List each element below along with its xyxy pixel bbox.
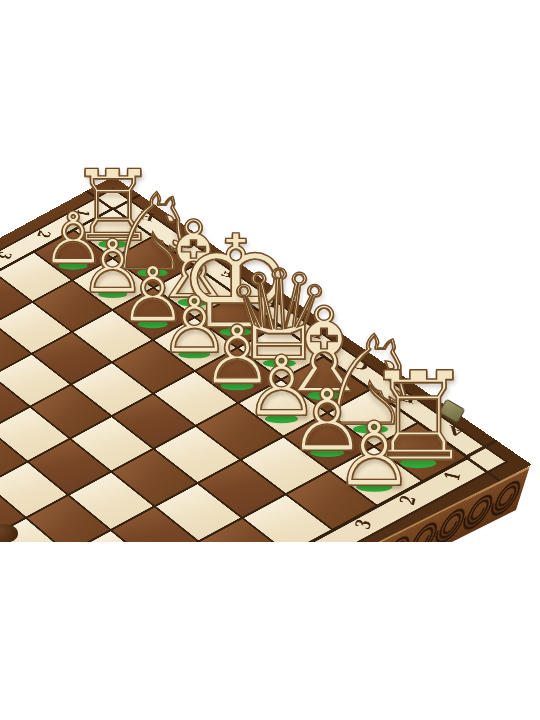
white-pawn-icon: ♙ <box>334 418 414 489</box>
chessboard-photo-scene: AABBCCDDEEFFGGHH1122334455667788 ♖♘♗♕♔♗♘… <box>0 0 540 720</box>
background-mask <box>0 542 540 720</box>
piece-a2-white-pawn[interactable]: ♙ <box>334 418 414 489</box>
